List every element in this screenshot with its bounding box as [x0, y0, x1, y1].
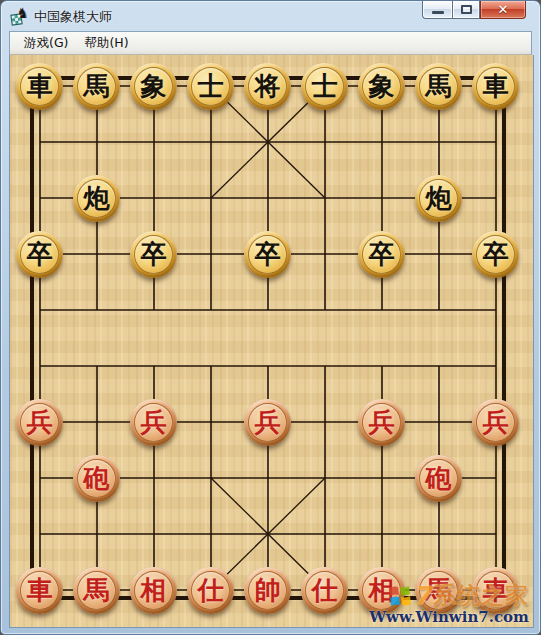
window-controls: ✕	[422, 0, 526, 19]
piece-red-soldier[interactable]: 兵	[472, 399, 519, 446]
board-point[interactable]	[182, 226, 239, 282]
board-point[interactable]	[68, 338, 125, 394]
board-point[interactable]	[296, 338, 353, 394]
piece-glyph: 馬	[84, 577, 110, 603]
board-point[interactable]	[239, 170, 296, 226]
board-point[interactable]	[467, 450, 524, 506]
board-point[interactable]	[467, 506, 524, 562]
board-point[interactable]	[410, 114, 467, 170]
board-point[interactable]	[68, 282, 125, 338]
piece-glyph: 車	[483, 73, 509, 99]
piece-glyph: 士	[312, 73, 338, 99]
piece-glyph: 仕	[198, 577, 224, 603]
piece-glyph: 卒	[255, 241, 281, 267]
piece-red-advisor[interactable]: 仕	[187, 567, 234, 614]
board-point[interactable]	[125, 506, 182, 562]
piece-face: 象	[362, 67, 401, 106]
board-point[interactable]	[182, 170, 239, 226]
window-title: 中国象棋大师	[34, 8, 112, 26]
board-point-occupied[interactable]: 車	[467, 562, 524, 618]
piece-glyph: 兵	[141, 409, 167, 435]
board-point-occupied[interactable]: 卒	[467, 226, 524, 282]
piece-red-chariot[interactable]: 車	[16, 567, 63, 614]
board-point[interactable]	[182, 114, 239, 170]
board-point[interactable]	[68, 506, 125, 562]
knight-glyph: ♞	[16, 6, 29, 20]
piece-face: 相	[362, 571, 401, 610]
piece-glyph: 炮	[426, 185, 452, 211]
board-point-occupied[interactable]: 卒	[239, 226, 296, 282]
piece-face: 兵	[20, 403, 59, 442]
board-point[interactable]	[296, 450, 353, 506]
piece-glyph: 兵	[369, 409, 395, 435]
piece-glyph: 車	[483, 577, 509, 603]
board-point-occupied[interactable]: 卒	[11, 226, 68, 282]
board-point-occupied[interactable]: 士	[296, 58, 353, 114]
piece-face: 士	[305, 67, 344, 106]
board-point[interactable]	[68, 394, 125, 450]
board-point[interactable]	[125, 170, 182, 226]
board-point[interactable]	[125, 114, 182, 170]
piece-glyph: 卒	[27, 241, 53, 267]
board-point[interactable]	[296, 394, 353, 450]
board-point[interactable]	[296, 114, 353, 170]
board-point-occupied[interactable]: 砲	[68, 450, 125, 506]
menu-item-game[interactable]: 游戏(G)	[16, 32, 76, 55]
piece-red-general[interactable]: 帥	[244, 567, 291, 614]
board-point[interactable]	[296, 226, 353, 282]
board-point[interactable]	[353, 450, 410, 506]
piece-black-soldier[interactable]: 卒	[16, 231, 63, 278]
piece-face: 相	[134, 571, 173, 610]
board-point-occupied[interactable]: 相	[353, 562, 410, 618]
piece-face: 仕	[191, 571, 230, 610]
piece-glyph: 馬	[426, 577, 452, 603]
board-point[interactable]	[353, 114, 410, 170]
piece-red-soldier[interactable]: 兵	[16, 399, 63, 446]
piece-face: 炮	[77, 179, 116, 218]
board-point-occupied[interactable]: 車	[11, 58, 68, 114]
piece-glyph: 卒	[369, 241, 395, 267]
piece-glyph: 象	[141, 73, 167, 99]
board-point[interactable]	[182, 338, 239, 394]
piece-glyph: 相	[369, 577, 395, 603]
menu-item-help[interactable]: 帮助(H)	[76, 32, 136, 55]
close-button[interactable]: ✕	[480, 0, 526, 19]
piece-red-chariot[interactable]: 車	[472, 567, 519, 614]
piece-face: 馬	[419, 571, 458, 610]
maximize-icon	[461, 5, 472, 14]
piece-glyph: 象	[369, 73, 395, 99]
board-point-occupied[interactable]: 仕	[296, 562, 353, 618]
piece-red-horse[interactable]: 馬	[415, 567, 462, 614]
board-point-occupied[interactable]: 車	[11, 562, 68, 618]
board-point-occupied[interactable]: 馬	[410, 58, 467, 114]
board-point[interactable]	[239, 450, 296, 506]
board-point[interactable]	[125, 450, 182, 506]
board-point[interactable]	[410, 282, 467, 338]
title-bar[interactable]: ♞ 中国象棋大师 ✕	[9, 1, 532, 31]
board-point[interactable]	[467, 282, 524, 338]
board-point[interactable]	[353, 170, 410, 226]
piece-red-cannon[interactable]: 砲	[73, 455, 120, 502]
piece-red-horse[interactable]: 馬	[73, 567, 120, 614]
board-point-occupied[interactable]: 士	[182, 58, 239, 114]
piece-glyph: 馬	[84, 73, 110, 99]
minimize-button[interactable]	[422, 0, 452, 19]
piece-black-soldier[interactable]: 卒	[472, 231, 519, 278]
board-point[interactable]	[467, 338, 524, 394]
board-point[interactable]	[182, 394, 239, 450]
piece-glyph: 兵	[255, 409, 281, 435]
board-point-occupied[interactable]: 象	[125, 58, 182, 114]
piece-face: 卒	[134, 235, 173, 274]
piece-face: 仕	[305, 571, 344, 610]
maximize-button[interactable]	[452, 0, 480, 19]
board-point[interactable]	[182, 282, 239, 338]
piece-face: 将	[248, 67, 287, 106]
knight-icon[interactable]: ♞	[11, 9, 28, 26]
piece-glyph: 砲	[426, 465, 452, 491]
board-point[interactable]	[296, 506, 353, 562]
piece-face: 車	[20, 67, 59, 106]
piece-face: 馬	[77, 571, 116, 610]
piece-face: 帥	[248, 571, 287, 610]
piece-glyph: 卒	[141, 241, 167, 267]
board-point-occupied[interactable]: 砲	[410, 450, 467, 506]
board-point[interactable]	[239, 506, 296, 562]
piece-face: 兵	[134, 403, 173, 442]
piece-black-elephant[interactable]: 象	[130, 63, 177, 110]
piece-black-general[interactable]: 将	[244, 63, 291, 110]
piece-glyph: 士	[198, 73, 224, 99]
piece-face: 兵	[362, 403, 401, 442]
board-point[interactable]	[353, 506, 410, 562]
piece-face: 砲	[419, 459, 458, 498]
board-point[interactable]	[182, 506, 239, 562]
piece-black-chariot[interactable]: 車	[472, 63, 519, 110]
piece-face: 炮	[419, 179, 458, 218]
piece-black-elephant[interactable]: 象	[358, 63, 405, 110]
board-point[interactable]	[296, 282, 353, 338]
board-point[interactable]	[11, 114, 68, 170]
board-point[interactable]	[11, 282, 68, 338]
board-point-occupied[interactable]: 兵	[467, 394, 524, 450]
board-point-occupied[interactable]: 炮	[68, 170, 125, 226]
piece-black-cannon[interactable]: 炮	[73, 175, 120, 222]
piece-black-horse[interactable]: 馬	[73, 63, 120, 110]
piece-black-soldier[interactable]: 卒	[358, 231, 405, 278]
piece-glyph: 帥	[255, 577, 281, 603]
close-icon: ✕	[498, 3, 509, 16]
piece-face: 馬	[419, 67, 458, 106]
board-point-occupied[interactable]: 象	[353, 58, 410, 114]
menu-bar: 游戏(G) 帮助(H)	[9, 31, 532, 55]
board-point[interactable]	[11, 506, 68, 562]
piece-face: 車	[476, 67, 515, 106]
piece-red-advisor[interactable]: 仕	[301, 567, 348, 614]
piece-red-soldier[interactable]: 兵	[130, 399, 177, 446]
piece-red-cannon[interactable]: 砲	[415, 455, 462, 502]
board-point-occupied[interactable]: 馬	[68, 562, 125, 618]
piece-glyph: 相	[141, 577, 167, 603]
piece-black-advisor[interactable]: 士	[301, 63, 348, 110]
board-point[interactable]	[410, 394, 467, 450]
piece-glyph: 炮	[84, 185, 110, 211]
piece-face: 卒	[476, 235, 515, 274]
board-point-occupied[interactable]: 将	[239, 58, 296, 114]
piece-black-cannon[interactable]: 炮	[415, 175, 462, 222]
board-point[interactable]	[68, 226, 125, 282]
board-point[interactable]	[182, 450, 239, 506]
board-point[interactable]	[239, 282, 296, 338]
board-point[interactable]	[239, 338, 296, 394]
board-point[interactable]	[410, 338, 467, 394]
board-point[interactable]	[296, 170, 353, 226]
piece-grid: 車馬象士将士象馬車炮炮卒卒卒卒卒兵兵兵兵兵砲砲車馬相仕帥仕相馬車	[11, 58, 524, 618]
board-point-occupied[interactable]: 仕	[182, 562, 239, 618]
piece-face: 兵	[476, 403, 515, 442]
board-point-occupied[interactable]: 相	[125, 562, 182, 618]
piece-face: 砲	[77, 459, 116, 498]
piece-glyph: 車	[27, 577, 53, 603]
board-point[interactable]	[239, 114, 296, 170]
piece-red-elephant[interactable]: 相	[358, 567, 405, 614]
board-point[interactable]	[353, 338, 410, 394]
piece-face: 馬	[77, 67, 116, 106]
board-point-occupied[interactable]: 卒	[125, 226, 182, 282]
piece-face: 士	[191, 67, 230, 106]
board-point-occupied[interactable]: 車	[467, 58, 524, 114]
piece-glyph: 兵	[483, 409, 509, 435]
piece-red-soldier[interactable]: 兵	[358, 399, 405, 446]
board-point-occupied[interactable]: 兵	[125, 394, 182, 450]
board-point[interactable]	[410, 226, 467, 282]
board-point-occupied[interactable]: 馬	[68, 58, 125, 114]
piece-glyph: 将	[255, 73, 281, 99]
board-point[interactable]	[11, 450, 68, 506]
board-point-occupied[interactable]: 兵	[353, 394, 410, 450]
board-point-occupied[interactable]: 馬	[410, 562, 467, 618]
piece-black-horse[interactable]: 馬	[415, 63, 462, 110]
piece-glyph: 仕	[312, 577, 338, 603]
piece-glyph: 砲	[84, 465, 110, 491]
piece-face: 車	[20, 571, 59, 610]
board-point-occupied[interactable]: 卒	[353, 226, 410, 282]
piece-black-advisor[interactable]: 士	[187, 63, 234, 110]
piece-black-chariot[interactable]: 車	[16, 63, 63, 110]
board-point[interactable]	[11, 338, 68, 394]
board-point-occupied[interactable]: 炮	[410, 170, 467, 226]
board-point[interactable]	[467, 170, 524, 226]
piece-red-elephant[interactable]: 相	[130, 567, 177, 614]
piece-face: 卒	[20, 235, 59, 274]
piece-black-soldier[interactable]: 卒	[130, 231, 177, 278]
piece-face: 車	[476, 571, 515, 610]
piece-glyph: 馬	[426, 73, 452, 99]
xiangqi-board: 車馬象士将士象馬車炮炮卒卒卒卒卒兵兵兵兵兵砲砲車馬相仕帥仕相馬車 7 系统之家 …	[9, 55, 534, 628]
board-point-occupied[interactable]: 兵	[11, 394, 68, 450]
piece-face: 象	[134, 67, 173, 106]
board-point[interactable]	[68, 114, 125, 170]
board-point[interactable]	[467, 114, 524, 170]
board-point[interactable]	[125, 338, 182, 394]
board-point[interactable]	[410, 506, 467, 562]
board-point[interactable]	[353, 282, 410, 338]
piece-glyph: 卒	[483, 241, 509, 267]
board-point-occupied[interactable]: 帥	[239, 562, 296, 618]
piece-face: 兵	[248, 403, 287, 442]
piece-red-soldier[interactable]: 兵	[244, 399, 291, 446]
piece-face: 卒	[248, 235, 287, 274]
piece-face: 卒	[362, 235, 401, 274]
board-point[interactable]	[125, 282, 182, 338]
piece-glyph: 兵	[27, 409, 53, 435]
piece-black-soldier[interactable]: 卒	[244, 231, 291, 278]
minimize-icon	[432, 11, 444, 14]
piece-glyph: 車	[27, 73, 53, 99]
board-point-occupied[interactable]: 兵	[239, 394, 296, 450]
board-point[interactable]	[11, 170, 68, 226]
app-window: ♞ 中国象棋大师 ✕ 游戏(G) 帮助(H) 車馬象士将士象馬車炮炮卒卒卒卒卒兵…	[0, 0, 541, 635]
